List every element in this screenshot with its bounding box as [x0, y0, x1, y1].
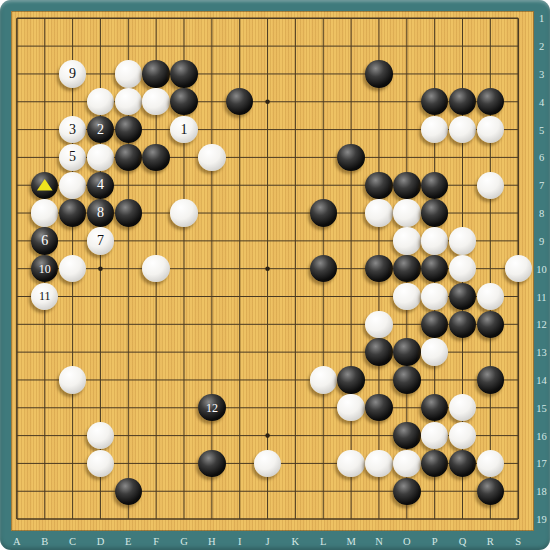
- white-stone[interactable]: [142, 88, 169, 115]
- column-label: C: [69, 535, 76, 546]
- board-grid[interactable]: 932154867101112: [3, 4, 532, 533]
- black-stone[interactable]: [449, 450, 476, 477]
- white-stone[interactable]: [393, 199, 420, 226]
- row-label: 8: [539, 208, 544, 219]
- white-stone[interactable]: [477, 450, 504, 477]
- move-number: 1: [181, 123, 188, 137]
- move-number: 12: [206, 402, 218, 414]
- column-label: N: [375, 535, 383, 546]
- black-stone[interactable]: [337, 144, 364, 171]
- row-label: 12: [536, 319, 547, 330]
- column-label: D: [97, 535, 105, 546]
- black-stone[interactable]: [421, 311, 448, 338]
- black-stone[interactable]: [421, 450, 448, 477]
- black-stone[interactable]: [393, 255, 420, 282]
- black-stone[interactable]: 6: [31, 227, 58, 254]
- white-stone[interactable]: [421, 283, 448, 310]
- white-stone[interactable]: [449, 394, 476, 421]
- white-stone[interactable]: [87, 144, 114, 171]
- white-stone[interactable]: [505, 255, 532, 282]
- white-stone[interactable]: [449, 227, 476, 254]
- row-label: 18: [536, 486, 547, 497]
- column-label: O: [403, 535, 411, 546]
- black-stone[interactable]: [449, 311, 476, 338]
- white-stone[interactable]: 5: [59, 144, 86, 171]
- black-stone[interactable]: [449, 88, 476, 115]
- white-stone[interactable]: [59, 255, 86, 282]
- white-stone[interactable]: [115, 88, 142, 115]
- row-label: 17: [536, 458, 547, 469]
- black-stone[interactable]: [365, 172, 392, 199]
- move-number: 8: [97, 206, 104, 220]
- black-stone[interactable]: [170, 60, 197, 87]
- black-stone[interactable]: [115, 144, 142, 171]
- column-label: K: [292, 535, 300, 546]
- white-stone[interactable]: 1: [170, 116, 197, 143]
- white-stone[interactable]: [365, 311, 392, 338]
- black-stone[interactable]: [226, 88, 253, 115]
- white-stone[interactable]: [365, 199, 392, 226]
- white-stone[interactable]: [449, 422, 476, 449]
- white-stone[interactable]: [59, 366, 86, 393]
- go-board-window: 932154867101112 ABCDEFGHIJKLMNOPQRS 1234…: [0, 0, 550, 550]
- triangle-marker: [36, 178, 53, 191]
- black-stone[interactable]: [115, 478, 142, 505]
- column-label: Q: [459, 535, 467, 546]
- move-number: 4: [97, 178, 104, 192]
- black-stone[interactable]: [393, 172, 420, 199]
- white-stone[interactable]: [310, 366, 337, 393]
- row-label: 2: [539, 41, 544, 52]
- white-stone[interactable]: [87, 422, 114, 449]
- white-stone[interactable]: [421, 338, 448, 365]
- black-stone[interactable]: [393, 422, 420, 449]
- white-stone[interactable]: [337, 450, 364, 477]
- white-stone[interactable]: [87, 88, 114, 115]
- black-stone[interactable]: [421, 88, 448, 115]
- white-stone[interactable]: [365, 450, 392, 477]
- black-stone[interactable]: [449, 283, 476, 310]
- column-label: F: [153, 535, 159, 546]
- white-stone[interactable]: [198, 144, 225, 171]
- black-stone[interactable]: [198, 450, 225, 477]
- row-label: 10: [536, 263, 547, 274]
- column-label: G: [180, 535, 188, 546]
- row-label: 5: [539, 124, 544, 135]
- black-stone[interactable]: [393, 366, 420, 393]
- black-stone[interactable]: [365, 255, 392, 282]
- white-stone[interactable]: [477, 172, 504, 199]
- column-label: H: [208, 535, 216, 546]
- white-stone[interactable]: 3: [59, 116, 86, 143]
- move-number: 6: [41, 234, 48, 248]
- white-stone[interactable]: [477, 283, 504, 310]
- white-stone[interactable]: [393, 283, 420, 310]
- move-number: 9: [69, 67, 76, 81]
- white-stone[interactable]: [421, 116, 448, 143]
- row-label: 7: [539, 180, 544, 191]
- black-stone[interactable]: [477, 88, 504, 115]
- black-stone[interactable]: 8: [87, 199, 114, 226]
- column-label: R: [487, 535, 494, 546]
- row-label: 9: [539, 235, 544, 246]
- column-label: I: [238, 535, 242, 546]
- white-stone[interactable]: [170, 199, 197, 226]
- white-stone[interactable]: 11: [31, 283, 58, 310]
- black-stone[interactable]: [31, 172, 58, 199]
- white-stone[interactable]: [31, 199, 58, 226]
- black-stone[interactable]: [393, 338, 420, 365]
- white-stone[interactable]: [337, 394, 364, 421]
- black-stone[interactable]: 2: [87, 116, 114, 143]
- column-label: A: [13, 535, 21, 546]
- black-stone[interactable]: [310, 255, 337, 282]
- move-number: 10: [39, 263, 51, 275]
- black-stone[interactable]: [337, 366, 364, 393]
- column-label: B: [41, 535, 48, 546]
- white-stone[interactable]: [87, 450, 114, 477]
- white-stone[interactable]: [393, 450, 420, 477]
- white-stone[interactable]: [421, 227, 448, 254]
- move-number: 2: [97, 123, 104, 137]
- column-label: J: [266, 535, 270, 546]
- black-stone[interactable]: 10: [31, 255, 58, 282]
- move-number: 5: [69, 150, 76, 164]
- black-stone[interactable]: [365, 60, 392, 87]
- row-label: 4: [539, 96, 544, 107]
- row-label: 19: [536, 514, 547, 525]
- white-stone[interactable]: [449, 255, 476, 282]
- white-stone[interactable]: [421, 422, 448, 449]
- column-label: S: [515, 535, 521, 546]
- black-stone[interactable]: [170, 88, 197, 115]
- row-label: 14: [536, 374, 547, 385]
- white-stone[interactable]: [449, 116, 476, 143]
- row-label: 3: [539, 68, 544, 79]
- row-label: 13: [536, 347, 547, 358]
- white-stone[interactable]: [59, 172, 86, 199]
- white-stone[interactable]: 9: [59, 60, 86, 87]
- black-stone[interactable]: [421, 172, 448, 199]
- row-label: 1: [539, 13, 544, 24]
- black-stone[interactable]: 12: [198, 394, 225, 421]
- row-label: 16: [536, 430, 547, 441]
- black-stone[interactable]: [115, 116, 142, 143]
- column-label: M: [346, 535, 355, 546]
- black-stone[interactable]: [115, 199, 142, 226]
- black-stone[interactable]: 4: [87, 172, 114, 199]
- row-label: 6: [539, 152, 544, 163]
- white-stone[interactable]: [393, 227, 420, 254]
- row-label: 15: [536, 402, 547, 413]
- move-number: 7: [97, 234, 104, 248]
- black-stone[interactable]: [59, 199, 86, 226]
- black-stone[interactable]: [365, 338, 392, 365]
- black-stone[interactable]: [421, 199, 448, 226]
- white-stone[interactable]: [254, 450, 281, 477]
- white-stone[interactable]: [477, 116, 504, 143]
- black-stone[interactable]: [477, 311, 504, 338]
- black-stone[interactable]: [365, 394, 392, 421]
- black-stone[interactable]: [142, 144, 169, 171]
- column-label: E: [125, 535, 131, 546]
- white-stone[interactable]: [115, 60, 142, 87]
- black-stone[interactable]: [393, 478, 420, 505]
- black-stone[interactable]: [421, 394, 448, 421]
- black-stone[interactable]: [421, 255, 448, 282]
- column-label: L: [320, 535, 326, 546]
- move-number: 3: [69, 123, 76, 137]
- black-stone[interactable]: [310, 199, 337, 226]
- row-label: 11: [536, 291, 546, 302]
- black-stone[interactable]: [142, 60, 169, 87]
- white-stone[interactable]: [142, 255, 169, 282]
- black-stone[interactable]: [477, 478, 504, 505]
- column-label: P: [432, 535, 438, 546]
- black-stone[interactable]: [477, 366, 504, 393]
- white-stone[interactable]: 7: [87, 227, 114, 254]
- move-number: 11: [39, 290, 51, 302]
